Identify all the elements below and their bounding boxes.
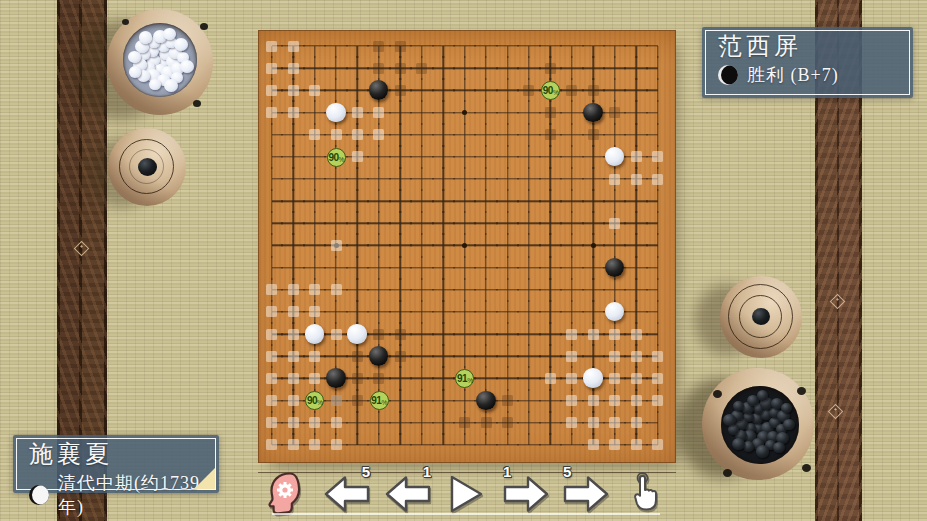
board-cell[interactable] [304, 57, 325, 79]
board-cell[interactable] [497, 57, 518, 79]
board-cell[interactable] [304, 212, 325, 234]
board-cell[interactable] [347, 345, 368, 367]
board-cell[interactable] [583, 168, 604, 190]
board-cell[interactable] [347, 101, 368, 123]
board-cell[interactable] [540, 124, 561, 146]
play-button[interactable] [447, 474, 485, 514]
board-cell[interactable] [304, 146, 325, 168]
board-cell[interactable] [368, 146, 389, 168]
board-cell[interactable] [583, 301, 604, 323]
board-cell[interactable] [497, 434, 518, 456]
board-cell[interactable] [497, 279, 518, 301]
board-cell[interactable] [497, 124, 518, 146]
board-cell[interactable] [475, 279, 496, 301]
board-cell[interactable] [647, 234, 668, 256]
board-cell[interactable] [561, 234, 582, 256]
board-cell[interactable] [540, 345, 561, 367]
board-cell[interactable] [390, 345, 411, 367]
board-cell[interactable] [433, 279, 454, 301]
board-cell[interactable] [604, 168, 625, 190]
board-cell[interactable] [304, 434, 325, 456]
board-cell[interactable] [540, 412, 561, 434]
board-cell[interactable] [561, 257, 582, 279]
board-cell[interactable] [347, 190, 368, 212]
board-cell[interactable] [583, 146, 604, 168]
board-cell[interactable] [325, 301, 346, 323]
board-cell[interactable] [390, 190, 411, 212]
board-cell[interactable] [261, 434, 282, 456]
board-cell[interactable] [347, 124, 368, 146]
board-cell[interactable] [411, 323, 432, 345]
board-cell[interactable] [390, 412, 411, 434]
board-cell[interactable] [304, 367, 325, 389]
board-cell[interactable] [390, 124, 411, 146]
board-cell[interactable] [647, 212, 668, 234]
board-cell[interactable] [604, 57, 625, 79]
board-cell[interactable] [561, 434, 582, 456]
place-stone-button[interactable] [629, 470, 665, 514]
board-cell[interactable] [497, 101, 518, 123]
board-cell[interactable] [454, 412, 475, 434]
board-cell[interactable] [583, 101, 604, 123]
board-cell[interactable] [475, 412, 496, 434]
board-cell[interactable] [282, 301, 303, 323]
board-cell[interactable] [433, 345, 454, 367]
board-cell[interactable] [433, 323, 454, 345]
board-cell[interactable] [261, 390, 282, 412]
board-cell[interactable] [368, 190, 389, 212]
board-cell[interactable] [583, 434, 604, 456]
board-cell[interactable] [497, 367, 518, 389]
board-cell[interactable] [282, 124, 303, 146]
board-cell[interactable] [604, 257, 625, 279]
winrate-marker[interactable]: 90% [541, 81, 560, 100]
board-cell[interactable] [411, 301, 432, 323]
board-cell[interactable] [540, 367, 561, 389]
board-cell[interactable] [347, 234, 368, 256]
board-cell[interactable] [583, 124, 604, 146]
board-cell[interactable] [347, 57, 368, 79]
board-cell[interactable] [561, 345, 582, 367]
board-cell[interactable] [604, 434, 625, 456]
winrate-marker[interactable]: 90% [305, 391, 324, 410]
board-cell[interactable] [625, 301, 646, 323]
board-cell[interactable] [454, 257, 475, 279]
board-cell[interactable] [604, 279, 625, 301]
board-cell[interactable] [647, 35, 668, 57]
board-cell[interactable] [282, 35, 303, 57]
board-cell[interactable] [433, 101, 454, 123]
board-cell[interactable] [647, 146, 668, 168]
board-cell[interactable] [518, 124, 539, 146]
go-board[interactable]: 90%90%91%90%91% [258, 30, 676, 463]
board-cell[interactable] [625, 345, 646, 367]
board-cell[interactable] [647, 412, 668, 434]
board-cell[interactable] [390, 79, 411, 101]
board-cell[interactable] [433, 124, 454, 146]
board-cell[interactable] [647, 168, 668, 190]
board-cell[interactable] [411, 79, 432, 101]
board-cell[interactable] [261, 168, 282, 190]
board-cell[interactable] [390, 146, 411, 168]
board-cell[interactable] [411, 124, 432, 146]
back-5-button[interactable]: 5 [324, 475, 370, 513]
board-cell[interactable] [647, 257, 668, 279]
board-cell[interactable] [454, 390, 475, 412]
board-cell[interactable] [282, 390, 303, 412]
board-cell[interactable] [411, 190, 432, 212]
board-cell[interactable] [518, 190, 539, 212]
board-cell[interactable] [304, 79, 325, 101]
board-cell[interactable] [411, 434, 432, 456]
board-cell[interactable] [625, 57, 646, 79]
board-cell[interactable] [282, 412, 303, 434]
board-cell[interactable] [347, 367, 368, 389]
board-cell[interactable] [368, 323, 389, 345]
board-cell[interactable] [347, 212, 368, 234]
board-cell[interactable] [433, 367, 454, 389]
board-cell[interactable] [497, 301, 518, 323]
board-cell[interactable] [583, 190, 604, 212]
board-cell[interactable] [625, 35, 646, 57]
board-cell[interactable] [518, 367, 539, 389]
board-cell[interactable] [561, 367, 582, 389]
board-cell[interactable] [518, 257, 539, 279]
board-cell[interactable] [325, 279, 346, 301]
board-cell[interactable] [454, 234, 475, 256]
board-cell[interactable] [647, 57, 668, 79]
board-cell[interactable] [625, 79, 646, 101]
board-cell[interactable] [454, 345, 475, 367]
board-cell[interactable] [368, 345, 389, 367]
board-cell[interactable] [604, 367, 625, 389]
board-cell[interactable] [454, 79, 475, 101]
board-cell[interactable] [625, 279, 646, 301]
forward-1-button[interactable]: 1 [503, 475, 549, 513]
board-cell[interactable] [604, 390, 625, 412]
board-cell[interactable] [647, 434, 668, 456]
board-cell[interactable] [325, 367, 346, 389]
board-cell[interactable] [282, 234, 303, 256]
board-cell[interactable] [625, 257, 646, 279]
board-cell[interactable] [454, 57, 475, 79]
board-cell[interactable] [368, 124, 389, 146]
board-cell[interactable] [561, 168, 582, 190]
board-cell[interactable] [583, 412, 604, 434]
board-cell[interactable] [561, 79, 582, 101]
board-cell[interactable] [282, 79, 303, 101]
board-cell[interactable] [540, 301, 561, 323]
board-cell[interactable] [433, 301, 454, 323]
winrate-marker[interactable]: 90% [327, 148, 346, 167]
board-cell[interactable] [604, 35, 625, 57]
board-cell[interactable] [647, 124, 668, 146]
board-cell[interactable] [261, 367, 282, 389]
board-cell[interactable] [433, 234, 454, 256]
board-cell[interactable] [325, 57, 346, 79]
board-cell[interactable] [368, 35, 389, 57]
board-cell[interactable]: 90% [540, 79, 561, 101]
board-cell[interactable] [282, 190, 303, 212]
board-cell[interactable] [497, 79, 518, 101]
board-cell[interactable] [411, 212, 432, 234]
board-cell[interactable] [325, 212, 346, 234]
board-cell[interactable] [625, 390, 646, 412]
board-cell[interactable] [561, 390, 582, 412]
board-cell[interactable] [347, 79, 368, 101]
board-cell[interactable] [604, 323, 625, 345]
board-cell[interactable] [368, 367, 389, 389]
board-cell[interactable] [454, 279, 475, 301]
board-cell[interactable] [368, 212, 389, 234]
board-cell[interactable] [518, 412, 539, 434]
board-cell[interactable] [261, 101, 282, 123]
board-cell[interactable] [604, 146, 625, 168]
board-cell[interactable] [304, 101, 325, 123]
board-cell[interactable] [583, 57, 604, 79]
board-cell[interactable]: 90% [304, 390, 325, 412]
board-cell[interactable] [325, 412, 346, 434]
board-cell[interactable] [304, 279, 325, 301]
board-cell[interactable] [261, 234, 282, 256]
board-cell[interactable] [454, 434, 475, 456]
board-cell[interactable] [368, 79, 389, 101]
board-cell[interactable] [454, 101, 475, 123]
board-cell[interactable] [518, 79, 539, 101]
board-cell[interactable] [433, 79, 454, 101]
board-cell[interactable] [325, 323, 346, 345]
board-cell[interactable] [604, 301, 625, 323]
board-cell[interactable] [433, 390, 454, 412]
board-cell[interactable] [518, 345, 539, 367]
board-cell[interactable] [347, 434, 368, 456]
board-cell[interactable] [325, 434, 346, 456]
board-cell[interactable] [411, 412, 432, 434]
board-cell[interactable] [518, 323, 539, 345]
board-cell[interactable] [475, 57, 496, 79]
board-cell[interactable] [475, 257, 496, 279]
board-cell[interactable] [475, 390, 496, 412]
board-cell[interactable] [497, 390, 518, 412]
board-cell[interactable] [625, 190, 646, 212]
board-cell[interactable] [411, 168, 432, 190]
board-cell[interactable] [625, 234, 646, 256]
board-cell[interactable] [540, 101, 561, 123]
board-cell[interactable] [411, 279, 432, 301]
board-cell[interactable] [583, 212, 604, 234]
board-cell[interactable] [454, 146, 475, 168]
board-cell[interactable] [325, 79, 346, 101]
board-cell[interactable] [304, 234, 325, 256]
board-cell[interactable] [454, 323, 475, 345]
board-cell[interactable] [647, 323, 668, 345]
board-cell[interactable] [518, 168, 539, 190]
board-cell[interactable] [454, 190, 475, 212]
board-cell[interactable] [540, 279, 561, 301]
board-cell[interactable] [368, 257, 389, 279]
board-cell[interactable] [411, 390, 432, 412]
board-cell[interactable] [325, 234, 346, 256]
board-cell[interactable] [518, 390, 539, 412]
board-cell[interactable] [625, 434, 646, 456]
board-cell[interactable] [368, 57, 389, 79]
board-cell[interactable] [625, 412, 646, 434]
board-cell[interactable]: 90% [325, 146, 346, 168]
board-cell[interactable] [518, 279, 539, 301]
board-cell[interactable] [475, 434, 496, 456]
board-cell[interactable] [347, 412, 368, 434]
board-cell[interactable] [411, 367, 432, 389]
board-cell[interactable] [561, 323, 582, 345]
winrate-marker[interactable]: 91% [455, 369, 474, 388]
board-cell[interactable] [304, 35, 325, 57]
board-cell[interactable] [261, 146, 282, 168]
board-cell[interactable] [518, 301, 539, 323]
board-cell[interactable] [540, 57, 561, 79]
board-cell[interactable] [518, 146, 539, 168]
board-cell[interactable] [282, 345, 303, 367]
board-cell[interactable] [347, 279, 368, 301]
board-cell[interactable] [325, 257, 346, 279]
board-cell[interactable] [433, 257, 454, 279]
board-cell[interactable] [368, 101, 389, 123]
board-cell[interactable] [647, 301, 668, 323]
board-cell[interactable] [625, 323, 646, 345]
board-cell[interactable] [304, 190, 325, 212]
board-cell[interactable] [325, 390, 346, 412]
board-cell[interactable] [604, 234, 625, 256]
board-cell[interactable] [561, 35, 582, 57]
board-cell[interactable] [454, 212, 475, 234]
board-cell[interactable] [390, 168, 411, 190]
board-cell[interactable] [497, 257, 518, 279]
board-cell[interactable] [411, 35, 432, 57]
board-cell[interactable] [647, 101, 668, 123]
board-cell[interactable] [475, 367, 496, 389]
board-cell[interactable] [261, 212, 282, 234]
winrate-marker[interactable]: 91% [370, 391, 389, 410]
board-cell[interactable] [625, 146, 646, 168]
board-cell[interactable] [304, 323, 325, 345]
board-cell[interactable] [583, 279, 604, 301]
board-cell[interactable] [390, 212, 411, 234]
board-cell[interactable] [411, 257, 432, 279]
board-cell[interactable] [411, 345, 432, 367]
board-cell[interactable] [625, 101, 646, 123]
board-cell[interactable] [261, 345, 282, 367]
board-cell[interactable] [347, 323, 368, 345]
board-cell[interactable] [347, 35, 368, 57]
board-cell[interactable] [540, 190, 561, 212]
board-cell[interactable] [261, 124, 282, 146]
board-cell[interactable] [604, 412, 625, 434]
board-cell[interactable] [411, 57, 432, 79]
board-cell[interactable] [433, 190, 454, 212]
board-cell[interactable] [604, 124, 625, 146]
board-cell[interactable] [454, 124, 475, 146]
board-cell[interactable] [347, 168, 368, 190]
board-cell[interactable] [390, 301, 411, 323]
board-cell[interactable] [475, 190, 496, 212]
board-cell[interactable] [433, 35, 454, 57]
board-cell[interactable] [540, 168, 561, 190]
board-cell[interactable] [583, 367, 604, 389]
board-cell[interactable] [304, 301, 325, 323]
board-cell[interactable] [475, 35, 496, 57]
board-cell[interactable] [325, 124, 346, 146]
board-cell[interactable] [304, 168, 325, 190]
board-cell[interactable] [304, 345, 325, 367]
board-cell[interactable] [390, 35, 411, 57]
board-cell[interactable] [561, 146, 582, 168]
board-cell[interactable] [497, 35, 518, 57]
board-cell[interactable] [390, 434, 411, 456]
board-cell[interactable] [368, 434, 389, 456]
board-cell[interactable] [282, 434, 303, 456]
board-cell[interactable] [368, 168, 389, 190]
board-cell[interactable] [390, 257, 411, 279]
back-1-button[interactable]: 1 [385, 475, 431, 513]
board-cell[interactable] [604, 79, 625, 101]
board-cell[interactable] [368, 412, 389, 434]
board-cell[interactable] [518, 234, 539, 256]
board-cell[interactable] [540, 146, 561, 168]
board-cell[interactable] [282, 367, 303, 389]
board-cell[interactable] [304, 412, 325, 434]
board-cell[interactable] [625, 212, 646, 234]
board-cell[interactable] [561, 212, 582, 234]
board-cell[interactable] [325, 168, 346, 190]
board-cell[interactable] [282, 146, 303, 168]
board-cell[interactable] [261, 301, 282, 323]
board-cell[interactable] [561, 101, 582, 123]
board-cell[interactable] [261, 35, 282, 57]
panel-corner-fold[interactable] [194, 468, 215, 489]
board-cell[interactable] [282, 168, 303, 190]
board-cell[interactable] [282, 257, 303, 279]
board-cell[interactable] [390, 279, 411, 301]
board-cell[interactable] [561, 301, 582, 323]
board-cell[interactable] [347, 390, 368, 412]
board-cell[interactable] [325, 35, 346, 57]
board-cell[interactable] [518, 57, 539, 79]
board-cell[interactable] [475, 146, 496, 168]
board-cell[interactable] [475, 101, 496, 123]
board-cell[interactable] [261, 412, 282, 434]
board-cell[interactable] [583, 257, 604, 279]
board-cell[interactable] [325, 345, 346, 367]
board-cell[interactable] [368, 234, 389, 256]
board-cell[interactable] [497, 412, 518, 434]
board-cell[interactable] [454, 35, 475, 57]
board-cell[interactable] [347, 257, 368, 279]
board-cell[interactable] [625, 367, 646, 389]
board-cell[interactable] [518, 35, 539, 57]
board-cell[interactable] [261, 79, 282, 101]
board-cell[interactable] [583, 35, 604, 57]
board-cell[interactable] [647, 79, 668, 101]
board-cell[interactable] [347, 301, 368, 323]
board-cell[interactable] [518, 101, 539, 123]
board-cell[interactable] [561, 412, 582, 434]
board-cell[interactable] [540, 323, 561, 345]
board-cell[interactable] [261, 190, 282, 212]
board-cell[interactable] [475, 212, 496, 234]
board-cell[interactable] [368, 279, 389, 301]
board-cell[interactable] [282, 212, 303, 234]
board-cell[interactable] [475, 124, 496, 146]
board-cell[interactable] [282, 101, 303, 123]
